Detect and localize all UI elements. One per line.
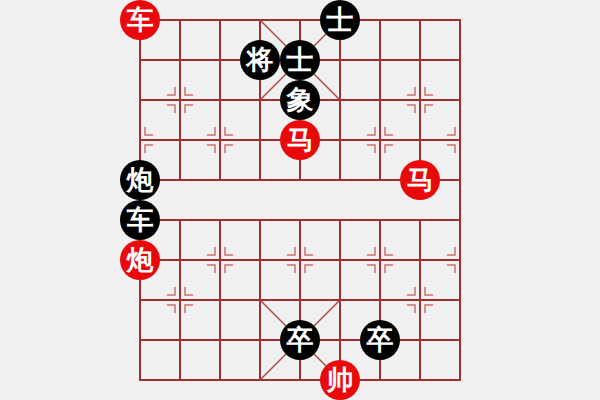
piece-red-general[interactable]: 帅: [320, 360, 360, 400]
piece-red-horse[interactable]: 马: [400, 160, 440, 200]
piece-black-cannon[interactable]: 炮: [120, 160, 160, 200]
xiangqi-board[interactable]: 车士将士象马炮马车炮卒卒帅: [120, 0, 480, 400]
piece-black-soldier[interactable]: 卒: [360, 320, 400, 360]
piece-black-general[interactable]: 将: [240, 40, 280, 80]
piece-red-chariot[interactable]: 车: [120, 0, 160, 40]
piece-black-advisor[interactable]: 士: [320, 0, 360, 40]
piece-red-horse[interactable]: 马: [280, 120, 320, 160]
piece-red-cannon[interactable]: 炮: [120, 240, 160, 280]
xiangqi-screenshot: 车士将士象马炮马车炮卒卒帅: [0, 0, 600, 400]
piece-black-elephant[interactable]: 象: [280, 80, 320, 120]
piece-black-soldier[interactable]: 卒: [280, 320, 320, 360]
piece-black-chariot[interactable]: 车: [120, 200, 160, 240]
piece-black-advisor[interactable]: 士: [280, 40, 320, 80]
